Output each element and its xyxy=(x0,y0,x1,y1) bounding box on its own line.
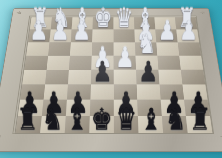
square-h3[interactable] xyxy=(26,42,49,55)
square-h4[interactable] xyxy=(24,56,48,70)
white-pawn-g2[interactable]: ♟ xyxy=(49,16,71,44)
board-grid: ♜♞♝♚♛♝♜♟♟♟♟♟♟♞♟♟♟♟♟♟♟♟♟♟♜♞♝♚♛♝♞♜ xyxy=(15,17,214,133)
corner-arrow-icon: » xyxy=(13,9,25,16)
black-bishop-f8[interactable]: ♝ xyxy=(64,103,89,135)
corner-arrow-icon: » xyxy=(217,132,222,142)
square-e6[interactable] xyxy=(90,84,113,99)
square-b3[interactable] xyxy=(156,42,179,55)
black-bishop-c8[interactable]: ♝ xyxy=(139,103,164,135)
corner-arrow-icon: » xyxy=(0,132,5,142)
square-f8[interactable]: ♝ xyxy=(65,116,90,133)
square-d8[interactable]: ♛ xyxy=(114,116,139,133)
square-c8[interactable]: ♝ xyxy=(138,116,163,133)
white-queen-d1[interactable]: ♛ xyxy=(114,4,135,32)
square-e5[interactable]: ♟ xyxy=(91,70,114,85)
square-h2[interactable]: ♟ xyxy=(28,30,51,43)
square-a3[interactable] xyxy=(178,42,201,55)
square-d4[interactable]: ♟ xyxy=(114,56,136,70)
board-frame: » » » » ♜♞♝♚♛♝♜♟♟♟♟♟♟♞♟♟♟♟♟♟♟♟♟♟♜♞♝♚♛♝♞♜ xyxy=(0,8,222,151)
square-g5[interactable] xyxy=(45,70,69,85)
square-g2[interactable]: ♟ xyxy=(49,30,71,43)
white-pawn-h2[interactable]: ♟ xyxy=(28,16,50,44)
square-e1[interactable]: ♚ xyxy=(93,17,114,29)
square-f4[interactable] xyxy=(69,56,92,70)
square-a5[interactable] xyxy=(181,70,206,85)
black-queen-d8[interactable]: ♛ xyxy=(114,103,139,135)
square-c6[interactable] xyxy=(137,84,161,99)
square-d1[interactable]: ♛ xyxy=(113,17,134,29)
white-pawn-f2[interactable]: ♟ xyxy=(71,16,93,44)
square-b2[interactable]: ♟ xyxy=(155,30,177,43)
game-screenshot: » » » » ♜♞♝♚♛♝♜♟♟♟♟♟♟♞♟♟♟♟♟♟♟♟♟♟♜♞♝♚♛♝♞♜ xyxy=(0,0,222,158)
black-pawn-c5[interactable]: ♟ xyxy=(137,57,160,87)
square-f3[interactable] xyxy=(70,42,92,55)
white-pawn-b2[interactable]: ♟ xyxy=(156,16,178,44)
square-b4[interactable] xyxy=(157,56,180,70)
square-h5[interactable] xyxy=(22,70,46,85)
white-king-e1[interactable]: ♚ xyxy=(93,4,114,32)
square-a8[interactable]: ♜ xyxy=(186,116,212,133)
black-pawn-e5[interactable]: ♟ xyxy=(91,57,114,87)
square-c5[interactable]: ♟ xyxy=(136,70,159,85)
square-c3[interactable]: ♞ xyxy=(135,42,157,55)
white-knight-c3[interactable]: ♞ xyxy=(135,29,157,58)
square-h8[interactable]: ♜ xyxy=(16,116,42,133)
square-g3[interactable] xyxy=(48,42,71,55)
board-inner-frame: ♜♞♝♚♛♝♜♟♟♟♟♟♟♞♟♟♟♟♟♟♟♟♟♟♜♞♝♚♛♝♞♜ xyxy=(12,16,214,134)
square-a4[interactable] xyxy=(179,56,203,70)
black-king-e8[interactable]: ♚ xyxy=(89,103,114,135)
square-a2[interactable]: ♟ xyxy=(176,30,199,43)
square-b5[interactable] xyxy=(158,70,182,85)
square-b8[interactable]: ♞ xyxy=(162,116,188,133)
square-e8[interactable]: ♚ xyxy=(89,116,114,133)
black-rook-a8[interactable]: ♜ xyxy=(188,103,213,135)
black-knight-g8[interactable]: ♞ xyxy=(40,103,65,135)
square-d5[interactable] xyxy=(114,70,137,85)
black-knight-b8[interactable]: ♞ xyxy=(163,103,188,135)
square-g8[interactable]: ♞ xyxy=(40,116,66,133)
square-g4[interactable] xyxy=(47,56,70,70)
square-f2[interactable]: ♟ xyxy=(71,30,93,43)
black-rook-h8[interactable]: ♜ xyxy=(15,103,40,135)
white-pawn-a2[interactable]: ♟ xyxy=(178,16,200,44)
square-f5[interactable] xyxy=(68,70,91,85)
white-pawn-d4[interactable]: ♟ xyxy=(114,43,137,73)
